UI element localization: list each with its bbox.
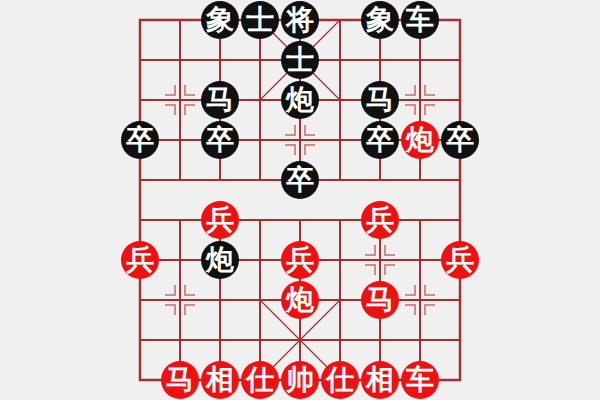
- piece-red-马-c6r7[interactable]: 马: [361, 281, 399, 319]
- piece-black-将-c4r0[interactable]: 将: [281, 1, 319, 39]
- piece-red-兵-c8r6[interactable]: 兵: [441, 241, 479, 279]
- piece-black-炮-c2r6[interactable]: 炮: [201, 241, 239, 279]
- piece-red-兵-c0r6[interactable]: 兵: [121, 241, 159, 279]
- piece-red-炮-c4r7[interactable]: 炮: [281, 281, 319, 319]
- piece-black-卒-c0r3[interactable]: 卒: [121, 121, 159, 159]
- piece-red-车-c7r9[interactable]: 车: [401, 361, 439, 399]
- xiangqi-board: 象士将象车士马炮马卒卒卒卒卒炮炮兵兵兵兵兵炮马马相仕帅仕相车: [0, 0, 600, 400]
- piece-black-车-c7r0[interactable]: 车: [401, 1, 439, 39]
- piece-black-象-c2r0[interactable]: 象: [201, 1, 239, 39]
- piece-red-兵-c2r5[interactable]: 兵: [201, 201, 239, 239]
- piece-black-象-c6r0[interactable]: 象: [361, 1, 399, 39]
- piece-red-仕-c5r9[interactable]: 仕: [321, 361, 359, 399]
- piece-black-卒-c4r4[interactable]: 卒: [281, 161, 319, 199]
- piece-black-马-c2r2[interactable]: 马: [201, 81, 239, 119]
- piece-black-卒-c2r3[interactable]: 卒: [201, 121, 239, 159]
- piece-black-士-c3r0[interactable]: 士: [241, 1, 279, 39]
- piece-red-马-c1r9[interactable]: 马: [161, 361, 199, 399]
- piece-red-炮-c7r3[interactable]: 炮: [401, 121, 439, 159]
- piece-red-相-c2r9[interactable]: 相: [201, 361, 239, 399]
- piece-black-士-c4r1[interactable]: 士: [281, 41, 319, 79]
- piece-red-兵-c6r5[interactable]: 兵: [361, 201, 399, 239]
- piece-black-炮-c4r2[interactable]: 炮: [281, 81, 319, 119]
- piece-black-卒-c8r3[interactable]: 卒: [441, 121, 479, 159]
- piece-black-卒-c6r3[interactable]: 卒: [361, 121, 399, 159]
- board-grid[interactable]: 象士将象车士马炮马卒卒卒卒卒炮炮兵兵兵兵兵炮马马相仕帅仕相车: [120, 0, 480, 400]
- piece-red-仕-c3r9[interactable]: 仕: [241, 361, 279, 399]
- piece-red-帅-c4r9[interactable]: 帅: [281, 361, 319, 399]
- piece-red-相-c6r9[interactable]: 相: [361, 361, 399, 399]
- piece-black-马-c6r2[interactable]: 马: [361, 81, 399, 119]
- piece-red-兵-c4r6[interactable]: 兵: [281, 241, 319, 279]
